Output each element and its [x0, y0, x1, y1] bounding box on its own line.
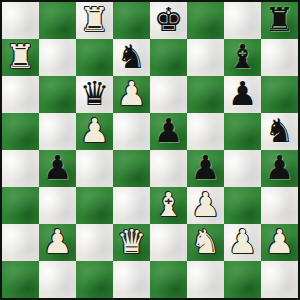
- square-a8[interactable]: [2, 2, 39, 39]
- square-f5[interactable]: [187, 113, 224, 150]
- square-b1[interactable]: [39, 261, 76, 298]
- piece-black-pawn-h4: ♟: [265, 151, 295, 184]
- piece-white-pawn-c5: ♟: [80, 114, 110, 147]
- square-c3[interactable]: [76, 187, 113, 224]
- square-h1[interactable]: [261, 261, 298, 298]
- square-b2[interactable]: ♟: [39, 224, 76, 261]
- square-g3[interactable]: [224, 187, 261, 224]
- piece-white-queen-d2: ♛: [117, 225, 147, 258]
- square-d5[interactable]: [113, 113, 150, 150]
- square-c2[interactable]: [76, 224, 113, 261]
- square-h5[interactable]: ♞: [261, 113, 298, 150]
- piece-white-knight-f2: ♞: [191, 225, 221, 258]
- square-c7[interactable]: [76, 39, 113, 76]
- square-g5[interactable]: [224, 113, 261, 150]
- square-e1[interactable]: [150, 261, 187, 298]
- piece-white-pawn-b2: ♟: [43, 225, 73, 258]
- square-c5[interactable]: ♟: [76, 113, 113, 150]
- piece-white-pawn-d6: ♟: [117, 77, 147, 110]
- chess-board: ♜♚♜♜♞♝♛♟♟♟♟♞♟♟♟♝♟♟♛♞♟♟: [2, 2, 298, 298]
- piece-black-pawn-e5: ♟: [154, 114, 184, 147]
- square-b8[interactable]: [39, 2, 76, 39]
- square-d1[interactable]: [113, 261, 150, 298]
- square-b3[interactable]: [39, 187, 76, 224]
- square-b7[interactable]: [39, 39, 76, 76]
- square-d6[interactable]: ♟: [113, 76, 150, 113]
- square-h6[interactable]: [261, 76, 298, 113]
- square-c8[interactable]: ♜: [76, 2, 113, 39]
- piece-black-knight-h5: ♞: [265, 114, 295, 147]
- square-e4[interactable]: [150, 150, 187, 187]
- square-g8[interactable]: [224, 2, 261, 39]
- square-f8[interactable]: [187, 2, 224, 39]
- square-b4[interactable]: ♟: [39, 150, 76, 187]
- square-e8[interactable]: ♚: [150, 2, 187, 39]
- square-e6[interactable]: [150, 76, 187, 113]
- square-f2[interactable]: ♞: [187, 224, 224, 261]
- piece-white-pawn-h2: ♟: [265, 225, 295, 258]
- piece-black-queen-c6: ♛: [80, 77, 110, 110]
- square-a5[interactable]: [2, 113, 39, 150]
- square-a3[interactable]: [2, 187, 39, 224]
- square-g6[interactable]: ♟: [224, 76, 261, 113]
- square-h8[interactable]: ♜: [261, 2, 298, 39]
- piece-black-pawn-g6: ♟: [228, 77, 258, 110]
- piece-white-pawn-f3: ♟: [191, 188, 221, 221]
- square-d7[interactable]: ♞: [113, 39, 150, 76]
- piece-black-pawn-f4: ♟: [191, 151, 221, 184]
- piece-black-rook-h8: ♜: [265, 3, 295, 36]
- square-f4[interactable]: ♟: [187, 150, 224, 187]
- square-c6[interactable]: ♛: [76, 76, 113, 113]
- square-b5[interactable]: [39, 113, 76, 150]
- square-h2[interactable]: ♟: [261, 224, 298, 261]
- square-d8[interactable]: [113, 2, 150, 39]
- square-a1[interactable]: [2, 261, 39, 298]
- square-h3[interactable]: [261, 187, 298, 224]
- piece-white-rook-a7: ♜: [6, 40, 36, 73]
- square-c1[interactable]: [76, 261, 113, 298]
- piece-white-pawn-g2: ♟: [228, 225, 258, 258]
- square-e5[interactable]: ♟: [150, 113, 187, 150]
- piece-white-bishop-e3: ♝: [154, 188, 184, 221]
- square-a6[interactable]: [2, 76, 39, 113]
- square-a4[interactable]: [2, 150, 39, 187]
- square-g2[interactable]: ♟: [224, 224, 261, 261]
- square-e7[interactable]: [150, 39, 187, 76]
- square-a7[interactable]: ♜: [2, 39, 39, 76]
- square-g4[interactable]: [224, 150, 261, 187]
- square-f7[interactable]: [187, 39, 224, 76]
- square-h7[interactable]: [261, 39, 298, 76]
- square-h4[interactable]: ♟: [261, 150, 298, 187]
- square-e3[interactable]: ♝: [150, 187, 187, 224]
- square-b6[interactable]: [39, 76, 76, 113]
- square-e2[interactable]: [150, 224, 187, 261]
- square-d2[interactable]: ♛: [113, 224, 150, 261]
- square-g1[interactable]: [224, 261, 261, 298]
- square-d4[interactable]: [113, 150, 150, 187]
- piece-black-pawn-b4: ♟: [43, 151, 73, 184]
- square-c4[interactable]: [76, 150, 113, 187]
- piece-black-knight-d7: ♞: [117, 40, 147, 73]
- chess-board-frame: ♜♚♜♜♞♝♛♟♟♟♟♞♟♟♟♝♟♟♛♞♟♟: [0, 0, 300, 300]
- square-g7[interactable]: ♝: [224, 39, 261, 76]
- square-f3[interactable]: ♟: [187, 187, 224, 224]
- square-f6[interactable]: [187, 76, 224, 113]
- piece-white-rook-c8: ♜: [80, 3, 110, 36]
- square-a2[interactable]: [2, 224, 39, 261]
- square-d3[interactable]: [113, 187, 150, 224]
- piece-black-king-e8: ♚: [154, 3, 184, 36]
- square-f1[interactable]: [187, 261, 224, 298]
- piece-black-bishop-g7: ♝: [228, 40, 258, 73]
